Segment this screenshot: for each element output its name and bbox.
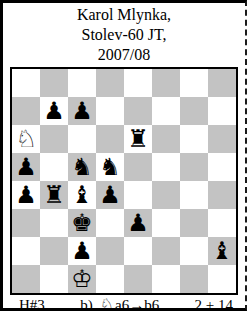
square-b5 bbox=[40, 153, 68, 181]
white-knight-icon: ♘ bbox=[100, 296, 114, 311]
square-a7 bbox=[12, 97, 40, 125]
square-c2: ♟ bbox=[68, 237, 96, 265]
square-a8 bbox=[12, 69, 40, 97]
square-e2 bbox=[124, 237, 152, 265]
square-c3: ♚ bbox=[68, 209, 96, 237]
square-e4 bbox=[124, 181, 152, 209]
square-e1 bbox=[124, 265, 152, 293]
square-g8 bbox=[180, 69, 208, 97]
square-a2 bbox=[12, 237, 40, 265]
white-king-icon: ♔ bbox=[71, 265, 93, 293]
square-b2 bbox=[40, 237, 68, 265]
square-f8 bbox=[152, 69, 180, 97]
square-c6 bbox=[68, 125, 96, 153]
square-e3: ♟ bbox=[124, 209, 152, 237]
square-a4: ♟ bbox=[12, 181, 40, 209]
square-h7 bbox=[208, 97, 236, 125]
stipulation-label: H#3 bbox=[19, 296, 45, 311]
square-d3 bbox=[96, 209, 124, 237]
problem-title: Karol Mlynka, Stolev-60 JT, 2007/08 bbox=[3, 3, 245, 65]
black-bishop-icon: ♝ bbox=[71, 181, 93, 209]
square-e7 bbox=[124, 97, 152, 125]
white-knight-icon: ♘ bbox=[15, 125, 37, 153]
twin-move: a6→b6 bbox=[115, 296, 159, 311]
square-g2 bbox=[180, 237, 208, 265]
square-e6: ♜ bbox=[124, 125, 152, 153]
title-tourney: Stolev-60 JT, bbox=[3, 25, 245, 45]
black-pawn-icon: ♟ bbox=[71, 97, 93, 125]
square-e5 bbox=[124, 153, 152, 181]
black-king-icon: ♚ bbox=[71, 209, 93, 237]
square-f2 bbox=[152, 237, 180, 265]
square-h3 bbox=[208, 209, 236, 237]
square-g4 bbox=[180, 181, 208, 209]
square-g7 bbox=[180, 97, 208, 125]
square-h6 bbox=[208, 125, 236, 153]
square-f1 bbox=[152, 265, 180, 293]
black-pawn-icon: ♟ bbox=[99, 181, 121, 209]
square-g3 bbox=[180, 209, 208, 237]
black-rook-icon: ♜ bbox=[127, 125, 149, 153]
square-g5 bbox=[180, 153, 208, 181]
square-c4: ♝ bbox=[68, 181, 96, 209]
black-rook-icon: ♜ bbox=[43, 181, 65, 209]
square-f3 bbox=[152, 209, 180, 237]
square-d2 bbox=[96, 237, 124, 265]
square-h1 bbox=[208, 265, 236, 293]
square-f5 bbox=[152, 153, 180, 181]
black-knight-icon: ♞ bbox=[99, 153, 121, 181]
black-bishop-icon: ♝ bbox=[211, 237, 233, 265]
square-b4: ♜ bbox=[40, 181, 68, 209]
title-year: 2007/08 bbox=[3, 45, 245, 65]
material-count: 2 + 14 bbox=[195, 296, 233, 311]
square-a6: ♘ bbox=[12, 125, 40, 153]
twin-label: b) bbox=[80, 296, 93, 311]
caption-row: H#3 b) ♘ a6→b6 2 + 14 bbox=[3, 295, 245, 311]
square-h2: ♝ bbox=[208, 237, 236, 265]
square-d7 bbox=[96, 97, 124, 125]
black-knight-icon: ♞ bbox=[71, 153, 93, 181]
black-pawn-icon: ♟ bbox=[127, 209, 149, 237]
square-a5: ♟ bbox=[12, 153, 40, 181]
black-pawn-icon: ♟ bbox=[15, 181, 37, 209]
square-a3 bbox=[12, 209, 40, 237]
square-h4 bbox=[208, 181, 236, 209]
square-b3 bbox=[40, 209, 68, 237]
square-f7 bbox=[152, 97, 180, 125]
twin-condition: b) ♘ a6→b6 bbox=[80, 296, 159, 311]
square-g6 bbox=[180, 125, 208, 153]
square-d8 bbox=[96, 69, 124, 97]
black-pawn-icon: ♟ bbox=[43, 97, 65, 125]
square-c5: ♞ bbox=[68, 153, 96, 181]
square-b6 bbox=[40, 125, 68, 153]
square-h8 bbox=[208, 69, 236, 97]
square-a1 bbox=[12, 265, 40, 293]
square-d4: ♟ bbox=[96, 181, 124, 209]
square-f4 bbox=[152, 181, 180, 209]
chess-board: ♟♟♘♜♟♞♞♟♜♝♟♚♟♟♝♔ bbox=[10, 67, 238, 295]
square-b1 bbox=[40, 265, 68, 293]
square-d6 bbox=[96, 125, 124, 153]
square-c8 bbox=[68, 69, 96, 97]
square-b7: ♟ bbox=[40, 97, 68, 125]
square-c7: ♟ bbox=[68, 97, 96, 125]
square-c1: ♔ bbox=[68, 265, 96, 293]
page-frame: Karol Mlynka, Stolev-60 JT, 2007/08 ♟♟♘♜… bbox=[0, 0, 247, 311]
square-f6 bbox=[152, 125, 180, 153]
square-d1 bbox=[96, 265, 124, 293]
title-author: Karol Mlynka, bbox=[3, 5, 245, 25]
black-pawn-icon: ♟ bbox=[15, 153, 37, 181]
square-b8 bbox=[40, 69, 68, 97]
black-pawn-icon: ♟ bbox=[71, 237, 93, 265]
square-e8 bbox=[124, 69, 152, 97]
square-d5: ♞ bbox=[96, 153, 124, 181]
square-h5 bbox=[208, 153, 236, 181]
square-g1 bbox=[180, 265, 208, 293]
